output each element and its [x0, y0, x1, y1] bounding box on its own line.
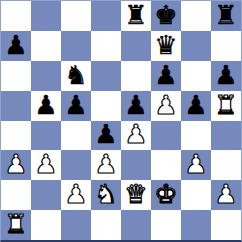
- black-rook-h8: ♜: [214, 2, 237, 28]
- white-pawn-a3: ♟: [4, 151, 27, 177]
- square-e2[interactable]: ♛: [121, 180, 151, 210]
- square-d6[interactable]: [91, 61, 121, 91]
- white-pawn-b3: ♟: [34, 151, 57, 177]
- square-g8[interactable]: [181, 1, 211, 31]
- square-a7[interactable]: ♟: [1, 31, 31, 61]
- chess-board: ♜♚♜♟♛♞♟♟♟♟♟♟♟♜♟♟♟♟♟♟♟♞♛♚♟♜: [1, 1, 241, 240]
- square-b7[interactable]: [31, 31, 61, 61]
- square-h1[interactable]: [211, 210, 241, 240]
- square-c8[interactable]: [61, 1, 91, 31]
- square-d4[interactable]: ♟: [91, 121, 121, 151]
- square-c7[interactable]: [61, 31, 91, 61]
- square-d8[interactable]: [91, 1, 121, 31]
- square-b3[interactable]: ♟: [31, 150, 61, 180]
- black-pawn-c5: ♟: [64, 92, 87, 118]
- square-h6[interactable]: ♟: [211, 61, 241, 91]
- square-g7[interactable]: [181, 31, 211, 61]
- white-rook-a1: ♜: [4, 211, 27, 237]
- square-f1[interactable]: [151, 210, 181, 240]
- square-d7[interactable]: [91, 31, 121, 61]
- square-e6[interactable]: [121, 61, 151, 91]
- square-a6[interactable]: [1, 61, 31, 91]
- square-g1[interactable]: [181, 210, 211, 240]
- black-rook-e8: ♜: [124, 2, 147, 28]
- black-pawn-e5: ♟: [124, 92, 147, 118]
- square-g4[interactable]: [181, 121, 211, 151]
- square-h5[interactable]: ♜: [211, 91, 241, 121]
- square-e1[interactable]: [121, 210, 151, 240]
- square-f5[interactable]: ♟: [151, 91, 181, 121]
- square-b5[interactable]: ♟: [31, 91, 61, 121]
- black-knight-c6: ♞: [64, 62, 87, 88]
- square-f8[interactable]: ♚: [151, 1, 181, 31]
- black-queen-f7: ♛: [154, 32, 177, 58]
- square-f2[interactable]: ♚: [151, 180, 181, 210]
- white-pawn-g3: ♟: [184, 151, 207, 177]
- square-a5[interactable]: [1, 91, 31, 121]
- black-pawn-f6: ♟: [154, 62, 177, 88]
- square-d1[interactable]: [91, 210, 121, 240]
- square-b1[interactable]: [31, 210, 61, 240]
- square-e8[interactable]: ♜: [121, 1, 151, 31]
- black-pawn-d4: ♟: [94, 121, 117, 147]
- square-g2[interactable]: [181, 180, 211, 210]
- square-d5[interactable]: [91, 91, 121, 121]
- square-f7[interactable]: ♛: [151, 31, 181, 61]
- square-c3[interactable]: [61, 150, 91, 180]
- square-e7[interactable]: [121, 31, 151, 61]
- square-d3[interactable]: ♟: [91, 150, 121, 180]
- square-a2[interactable]: [1, 180, 31, 210]
- square-c5[interactable]: ♟: [61, 91, 91, 121]
- square-d2[interactable]: ♞: [91, 180, 121, 210]
- black-pawn-b5: ♟: [34, 92, 57, 118]
- square-g6[interactable]: [181, 61, 211, 91]
- white-rook-h5: ♜: [214, 92, 237, 118]
- square-a3[interactable]: ♟: [1, 150, 31, 180]
- square-g3[interactable]: ♟: [181, 150, 211, 180]
- square-a4[interactable]: [1, 121, 31, 151]
- white-knight-d2: ♞: [94, 181, 117, 207]
- square-f3[interactable]: [151, 150, 181, 180]
- white-king-f2: ♚: [154, 181, 177, 207]
- black-king-f8: ♚: [154, 2, 177, 28]
- black-pawn-h6: ♟: [214, 62, 237, 88]
- black-pawn-a7: ♟: [4, 32, 27, 58]
- white-pawn-c2: ♟: [64, 181, 87, 207]
- square-h4[interactable]: [211, 121, 241, 151]
- square-b4[interactable]: [31, 121, 61, 151]
- square-h7[interactable]: [211, 31, 241, 61]
- square-h8[interactable]: ♜: [211, 1, 241, 31]
- white-pawn-d3: ♟: [94, 151, 117, 177]
- square-f6[interactable]: ♟: [151, 61, 181, 91]
- square-c4[interactable]: [61, 121, 91, 151]
- square-f4[interactable]: [151, 121, 181, 151]
- white-pawn-h2: ♟: [214, 181, 237, 207]
- square-h2[interactable]: ♟: [211, 180, 241, 210]
- square-e5[interactable]: ♟: [121, 91, 151, 121]
- white-pawn-f5: ♟: [154, 92, 177, 118]
- square-c1[interactable]: [61, 210, 91, 240]
- white-pawn-e4: ♟: [124, 121, 147, 147]
- square-b6[interactable]: [31, 61, 61, 91]
- square-h3[interactable]: [211, 150, 241, 180]
- white-queen-e2: ♛: [124, 181, 147, 207]
- square-b8[interactable]: [31, 1, 61, 31]
- black-pawn-g5: ♟: [184, 92, 207, 118]
- square-c2[interactable]: ♟: [61, 180, 91, 210]
- square-b2[interactable]: [31, 180, 61, 210]
- square-e3[interactable]: [121, 150, 151, 180]
- square-a8[interactable]: [1, 1, 31, 31]
- square-a1[interactable]: ♜: [1, 210, 31, 240]
- square-g5[interactable]: ♟: [181, 91, 211, 121]
- square-c6[interactable]: ♞: [61, 61, 91, 91]
- square-e4[interactable]: ♟: [121, 121, 151, 151]
- chess-board-frame: ♜♚♜♟♛♞♟♟♟♟♟♟♟♜♟♟♟♟♟♟♟♞♛♚♟♜: [0, 0, 242, 242]
